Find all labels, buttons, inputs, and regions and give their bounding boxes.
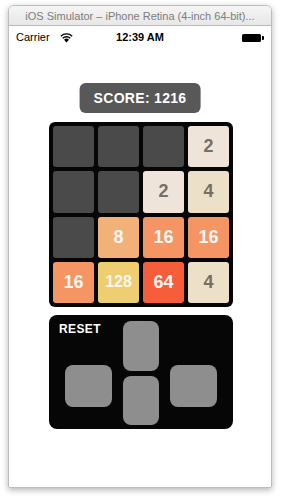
control-panel: RESET xyxy=(49,315,233,429)
empty-cell xyxy=(98,126,139,167)
tile-8: 8 xyxy=(98,217,139,258)
dpad-left-button[interactable] xyxy=(65,365,112,407)
dpad-up-button[interactable] xyxy=(123,321,159,371)
window-titlebar[interactable]: iOS Simulator – iPhone Retina (4-inch 64… xyxy=(9,6,271,26)
empty-cell xyxy=(143,126,184,167)
tile-128: 128 xyxy=(98,262,139,303)
battery-cap xyxy=(262,36,264,40)
tile-16: 16 xyxy=(188,217,229,258)
tile-16: 16 xyxy=(143,217,184,258)
battery-icon xyxy=(242,34,261,42)
window-title: iOS Simulator – iPhone Retina (4-inch 64… xyxy=(25,10,254,22)
tile-2: 2 xyxy=(143,171,184,212)
tile-2: 2 xyxy=(188,126,229,167)
status-time: 12:39 AM xyxy=(9,31,271,43)
empty-cell xyxy=(98,171,139,212)
tile-64: 64 xyxy=(143,262,184,303)
dpad-right-button[interactable] xyxy=(170,365,217,407)
tile-16: 16 xyxy=(53,262,94,303)
empty-cell xyxy=(53,217,94,258)
board-grid: 2248161616128644 xyxy=(49,122,233,307)
tile-4: 4 xyxy=(188,262,229,303)
empty-cell xyxy=(53,171,94,212)
reset-button[interactable]: RESET xyxy=(59,322,101,336)
score-display: SCORE: 1216 xyxy=(80,83,201,113)
status-bar: Carrier 12:39 AM xyxy=(9,26,271,49)
score-label: SCORE: 1216 xyxy=(94,90,187,106)
dpad-down-button[interactable] xyxy=(123,376,159,425)
empty-cell xyxy=(53,126,94,167)
tile-4: 4 xyxy=(188,171,229,212)
simulator-window: iOS Simulator – iPhone Retina (4-inch 64… xyxy=(8,5,272,488)
